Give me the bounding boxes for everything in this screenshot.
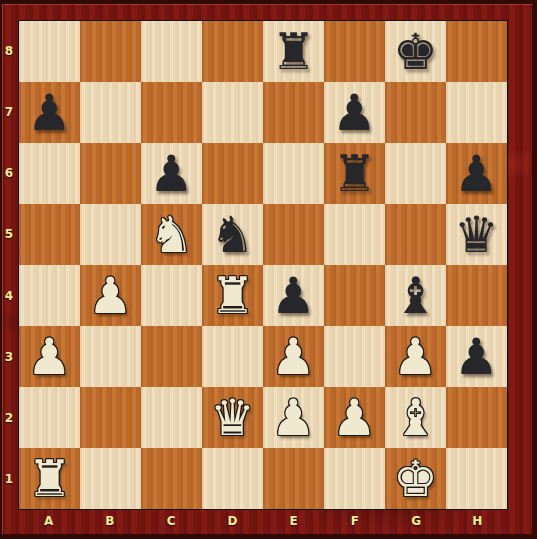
square-b6[interactable] xyxy=(80,143,141,204)
file-label-e: E xyxy=(263,509,324,533)
square-h8[interactable] xyxy=(446,21,507,82)
rank-label-2: 2 xyxy=(0,388,18,449)
square-d1[interactable] xyxy=(202,448,263,509)
square-d5[interactable]: ♞ xyxy=(202,204,263,265)
square-h4[interactable] xyxy=(446,265,507,326)
square-a6[interactable] xyxy=(19,143,80,204)
piece-white-rook[interactable]: ♜ xyxy=(27,454,72,504)
square-a7[interactable]: ♟ xyxy=(19,82,80,143)
piece-white-queen[interactable]: ♛ xyxy=(210,393,255,443)
piece-white-pawn[interactable]: ♟ xyxy=(332,393,377,443)
piece-black-knight[interactable]: ♞ xyxy=(210,210,255,260)
square-b2[interactable] xyxy=(80,387,141,448)
square-e7[interactable] xyxy=(263,82,324,143)
piece-white-pawn[interactable]: ♟ xyxy=(393,332,438,382)
rank-label-5: 5 xyxy=(0,204,18,265)
square-f4[interactable] xyxy=(324,265,385,326)
square-h3[interactable]: ♟ xyxy=(446,326,507,387)
piece-white-pawn[interactable]: ♟ xyxy=(88,271,133,321)
rank-labels: 87654321 xyxy=(0,20,18,510)
square-d6[interactable] xyxy=(202,143,263,204)
square-f8[interactable] xyxy=(324,21,385,82)
square-g5[interactable] xyxy=(385,204,446,265)
square-e4[interactable]: ♟ xyxy=(263,265,324,326)
piece-white-pawn[interactable]: ♟ xyxy=(271,393,316,443)
piece-black-pawn[interactable]: ♟ xyxy=(149,149,194,199)
square-h5[interactable]: ♛ xyxy=(446,204,507,265)
square-h6[interactable]: ♟ xyxy=(446,143,507,204)
square-g3[interactable]: ♟ xyxy=(385,326,446,387)
square-g7[interactable] xyxy=(385,82,446,143)
piece-white-pawn[interactable]: ♟ xyxy=(27,332,72,382)
square-d8[interactable] xyxy=(202,21,263,82)
square-f6[interactable]: ♜ xyxy=(324,143,385,204)
square-b7[interactable] xyxy=(80,82,141,143)
rank-label-7: 7 xyxy=(0,81,18,142)
square-a5[interactable] xyxy=(19,204,80,265)
rank-label-8: 8 xyxy=(0,20,18,81)
square-d3[interactable] xyxy=(202,326,263,387)
piece-black-rook[interactable]: ♜ xyxy=(271,27,316,77)
square-h1[interactable] xyxy=(446,448,507,509)
rank-label-4: 4 xyxy=(0,265,18,326)
square-e8[interactable]: ♜ xyxy=(263,21,324,82)
square-a1[interactable]: ♜ xyxy=(19,448,80,509)
chess-board: ♜♚♟♟♟♜♟♞♞♛♟♜♟♝♟♟♟♟♛♟♟♝♜♚ xyxy=(18,20,508,510)
file-label-a: A xyxy=(18,509,79,533)
rank-label-1: 1 xyxy=(0,449,18,510)
square-a4[interactable] xyxy=(19,265,80,326)
file-label-h: H xyxy=(447,509,508,533)
square-d2[interactable]: ♛ xyxy=(202,387,263,448)
piece-black-pawn[interactable]: ♟ xyxy=(454,149,499,199)
piece-black-bishop[interactable]: ♝ xyxy=(393,271,438,321)
square-f5[interactable] xyxy=(324,204,385,265)
square-e5[interactable] xyxy=(263,204,324,265)
file-labels: ABCDEFGH xyxy=(18,509,508,533)
square-g8[interactable]: ♚ xyxy=(385,21,446,82)
piece-white-knight[interactable]: ♞ xyxy=(149,210,194,260)
piece-black-king[interactable]: ♚ xyxy=(393,27,438,77)
square-b5[interactable] xyxy=(80,204,141,265)
piece-black-pawn[interactable]: ♟ xyxy=(271,271,316,321)
rank-label-3: 3 xyxy=(0,326,18,387)
piece-black-pawn[interactable]: ♟ xyxy=(27,88,72,138)
square-b1[interactable] xyxy=(80,448,141,509)
square-f1[interactable] xyxy=(324,448,385,509)
square-e1[interactable] xyxy=(263,448,324,509)
square-a3[interactable]: ♟ xyxy=(19,326,80,387)
square-d7[interactable] xyxy=(202,82,263,143)
rank-label-6: 6 xyxy=(0,143,18,204)
square-d4[interactable]: ♜ xyxy=(202,265,263,326)
square-g2[interactable]: ♝ xyxy=(385,387,446,448)
square-g4[interactable]: ♝ xyxy=(385,265,446,326)
square-e3[interactable]: ♟ xyxy=(263,326,324,387)
file-label-d: D xyxy=(202,509,263,533)
square-c1[interactable] xyxy=(141,448,202,509)
square-e6[interactable] xyxy=(263,143,324,204)
chess-diagram: 87654321 ABCDEFGH ♜♚♟♟♟♜♟♞♞♛♟♜♟♝♟♟♟♟♛♟♟♝… xyxy=(0,0,537,539)
file-label-g: G xyxy=(386,509,447,533)
square-c3[interactable] xyxy=(141,326,202,387)
piece-white-king[interactable]: ♚ xyxy=(393,454,438,504)
square-c6[interactable]: ♟ xyxy=(141,143,202,204)
piece-black-pawn[interactable]: ♟ xyxy=(332,88,377,138)
square-b3[interactable] xyxy=(80,326,141,387)
square-f2[interactable]: ♟ xyxy=(324,387,385,448)
square-b8[interactable] xyxy=(80,21,141,82)
file-label-b: B xyxy=(79,509,140,533)
piece-black-rook[interactable]: ♜ xyxy=(332,149,377,199)
square-h2[interactable] xyxy=(446,387,507,448)
file-label-f: F xyxy=(324,509,385,533)
square-g1[interactable]: ♚ xyxy=(385,448,446,509)
square-f3[interactable] xyxy=(324,326,385,387)
piece-black-pawn[interactable]: ♟ xyxy=(454,332,499,382)
square-h7[interactable] xyxy=(446,82,507,143)
square-c4[interactable] xyxy=(141,265,202,326)
piece-black-queen[interactable]: ♛ xyxy=(454,210,499,260)
square-e2[interactable]: ♟ xyxy=(263,387,324,448)
square-b4[interactable]: ♟ xyxy=(80,265,141,326)
square-c7[interactable] xyxy=(141,82,202,143)
piece-white-bishop[interactable]: ♝ xyxy=(393,393,438,443)
square-c5[interactable]: ♞ xyxy=(141,204,202,265)
square-a8[interactable] xyxy=(19,21,80,82)
piece-white-rook[interactable]: ♜ xyxy=(210,271,255,321)
square-c8[interactable] xyxy=(141,21,202,82)
square-f7[interactable]: ♟ xyxy=(324,82,385,143)
square-g6[interactable] xyxy=(385,143,446,204)
square-c2[interactable] xyxy=(141,387,202,448)
piece-white-pawn[interactable]: ♟ xyxy=(271,332,316,382)
square-a2[interactable] xyxy=(19,387,80,448)
file-label-c: C xyxy=(141,509,202,533)
